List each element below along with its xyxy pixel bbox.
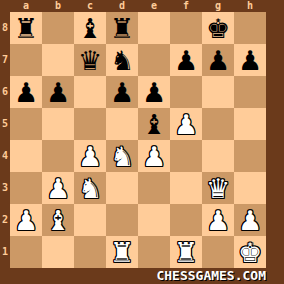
square-c5 bbox=[74, 108, 106, 140]
square-d8: ♜ bbox=[106, 12, 138, 44]
black-rook-a8: ♜ bbox=[10, 12, 42, 44]
white-pawn-c4: ♟ bbox=[74, 140, 106, 172]
black-pawn-d6: ♟ bbox=[106, 76, 138, 108]
white-pawn-f5: ♟ bbox=[170, 108, 202, 140]
file-label-g: g bbox=[202, 0, 234, 12]
square-e1 bbox=[138, 236, 170, 268]
square-g5 bbox=[202, 108, 234, 140]
black-queen-c7: ♛ bbox=[74, 44, 106, 76]
square-h5 bbox=[234, 108, 266, 140]
square-c8: ♝ bbox=[74, 12, 106, 44]
square-f7: ♟ bbox=[170, 44, 202, 76]
square-b5 bbox=[42, 108, 74, 140]
square-e5: ♝ bbox=[138, 108, 170, 140]
white-queen-g3: ♛ bbox=[202, 172, 234, 204]
square-f2 bbox=[170, 204, 202, 236]
square-b1 bbox=[42, 236, 74, 268]
rank-labels: 87654321 bbox=[0, 12, 10, 268]
square-e4: ♟ bbox=[138, 140, 170, 172]
square-a5 bbox=[10, 108, 42, 140]
square-d3 bbox=[106, 172, 138, 204]
square-d7: ♞ bbox=[106, 44, 138, 76]
square-g3: ♛ bbox=[202, 172, 234, 204]
white-knight-d4: ♞ bbox=[106, 140, 138, 172]
chess-board: abcdefgh 87654321 ♜♝♜♚♛♞♟♟♟♟♟♟♟♝♟♟♞♟♟♞♛♟… bbox=[0, 0, 284, 284]
black-pawn-f7: ♟ bbox=[170, 44, 202, 76]
square-c3: ♞ bbox=[74, 172, 106, 204]
white-pawn-e4: ♟ bbox=[138, 140, 170, 172]
square-a2: ♟ bbox=[10, 204, 42, 236]
square-f1: ♜ bbox=[170, 236, 202, 268]
file-label-f: f bbox=[170, 0, 202, 12]
file-label-b: b bbox=[42, 0, 74, 12]
square-c1 bbox=[74, 236, 106, 268]
square-a3 bbox=[10, 172, 42, 204]
white-pawn-h2: ♟ bbox=[234, 204, 266, 236]
square-d6: ♟ bbox=[106, 76, 138, 108]
square-b4 bbox=[42, 140, 74, 172]
square-b6: ♟ bbox=[42, 76, 74, 108]
square-c4: ♟ bbox=[74, 140, 106, 172]
black-pawn-a6: ♟ bbox=[10, 76, 42, 108]
rank-label-6: 6 bbox=[0, 76, 10, 108]
square-c2 bbox=[74, 204, 106, 236]
white-knight-c3: ♞ bbox=[74, 172, 106, 204]
white-king-h1: ♚ bbox=[234, 236, 266, 268]
black-pawn-e6: ♟ bbox=[138, 76, 170, 108]
file-label-c: c bbox=[74, 0, 106, 12]
file-label-h: h bbox=[234, 0, 266, 12]
square-d5 bbox=[106, 108, 138, 140]
rank-label-4: 4 bbox=[0, 140, 10, 172]
file-label-e: e bbox=[138, 0, 170, 12]
rank-label-3: 3 bbox=[0, 172, 10, 204]
square-h2: ♟ bbox=[234, 204, 266, 236]
square-h3 bbox=[234, 172, 266, 204]
square-h8 bbox=[234, 12, 266, 44]
square-e3 bbox=[138, 172, 170, 204]
square-h6 bbox=[234, 76, 266, 108]
square-f3 bbox=[170, 172, 202, 204]
white-rook-f1: ♜ bbox=[170, 236, 202, 268]
white-pawn-a2: ♟ bbox=[10, 204, 42, 236]
square-f6 bbox=[170, 76, 202, 108]
black-king-g8: ♚ bbox=[202, 12, 234, 44]
square-e6: ♟ bbox=[138, 76, 170, 108]
square-h4 bbox=[234, 140, 266, 172]
square-b7 bbox=[42, 44, 74, 76]
square-e7 bbox=[138, 44, 170, 76]
square-e2 bbox=[138, 204, 170, 236]
black-pawn-b6: ♟ bbox=[42, 76, 74, 108]
square-g6 bbox=[202, 76, 234, 108]
white-pawn-b3: ♟ bbox=[42, 172, 74, 204]
file-labels: abcdefgh bbox=[10, 0, 266, 12]
rank-label-5: 5 bbox=[0, 108, 10, 140]
white-bishop-b2: ♝ bbox=[42, 204, 74, 236]
square-g4 bbox=[202, 140, 234, 172]
black-pawn-g7: ♟ bbox=[202, 44, 234, 76]
square-f4 bbox=[170, 140, 202, 172]
black-bishop-c8: ♝ bbox=[74, 12, 106, 44]
square-b8 bbox=[42, 12, 74, 44]
square-g8: ♚ bbox=[202, 12, 234, 44]
rank-label-7: 7 bbox=[0, 44, 10, 76]
square-f5: ♟ bbox=[170, 108, 202, 140]
square-g1 bbox=[202, 236, 234, 268]
square-c6 bbox=[74, 76, 106, 108]
square-h7: ♟ bbox=[234, 44, 266, 76]
square-f8 bbox=[170, 12, 202, 44]
rank-label-1: 1 bbox=[0, 236, 10, 268]
square-a6: ♟ bbox=[10, 76, 42, 108]
black-knight-d7: ♞ bbox=[106, 44, 138, 76]
square-b2: ♝ bbox=[42, 204, 74, 236]
square-h1: ♚ bbox=[234, 236, 266, 268]
square-d2 bbox=[106, 204, 138, 236]
rank-label-8: 8 bbox=[0, 12, 10, 44]
board-squares: ♜♝♜♚♛♞♟♟♟♟♟♟♟♝♟♟♞♟♟♞♛♟♝♟♟♜♜♚ bbox=[10, 12, 266, 268]
rank-label-2: 2 bbox=[0, 204, 10, 236]
square-a7 bbox=[10, 44, 42, 76]
square-b3: ♟ bbox=[42, 172, 74, 204]
black-pawn-h7: ♟ bbox=[234, 44, 266, 76]
black-bishop-e5: ♝ bbox=[138, 108, 170, 140]
file-label-a: a bbox=[10, 0, 42, 12]
square-g7: ♟ bbox=[202, 44, 234, 76]
square-d1: ♜ bbox=[106, 236, 138, 268]
square-c7: ♛ bbox=[74, 44, 106, 76]
file-label-d: d bbox=[106, 0, 138, 12]
white-rook-d1: ♜ bbox=[106, 236, 138, 268]
square-a1 bbox=[10, 236, 42, 268]
white-pawn-g2: ♟ bbox=[202, 204, 234, 236]
square-a8: ♜ bbox=[10, 12, 42, 44]
square-d4: ♞ bbox=[106, 140, 138, 172]
black-rook-d8: ♜ bbox=[106, 12, 138, 44]
site-watermark: CHESSGAMES.COM bbox=[156, 268, 266, 283]
square-g2: ♟ bbox=[202, 204, 234, 236]
square-a4 bbox=[10, 140, 42, 172]
square-e8 bbox=[138, 12, 170, 44]
